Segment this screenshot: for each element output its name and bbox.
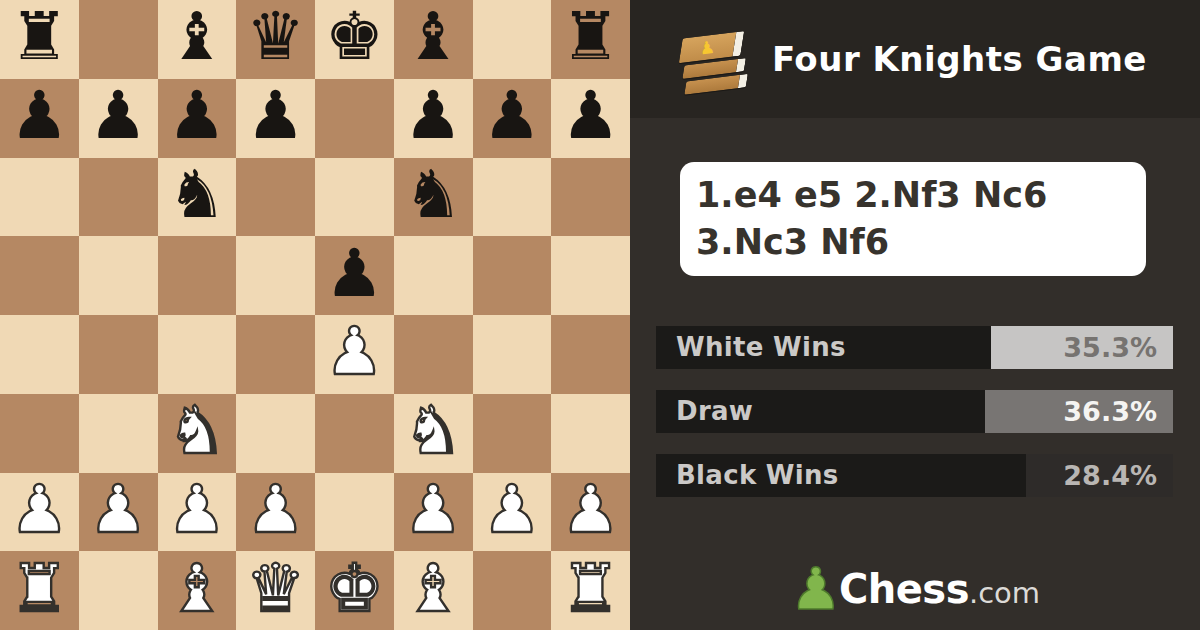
square-e1[interactable]: ♚: [315, 551, 394, 630]
square-c2[interactable]: ♟: [158, 473, 237, 552]
moves-box: 1.e4 e5 2.Nf3 Nc6 3.Nc3 Nf6: [680, 162, 1146, 276]
white-pawn: ♟: [89, 471, 148, 549]
stat-value: 36.3%: [1063, 396, 1157, 427]
black-pawn: ♟: [325, 235, 384, 313]
white-pawn: ♟: [482, 471, 541, 549]
square-e7[interactable]: [315, 79, 394, 158]
white-queen: ♛: [246, 550, 305, 628]
stat-value: 28.4%: [1063, 460, 1157, 491]
square-c8[interactable]: ♝: [158, 0, 237, 79]
black-king: ♚: [325, 0, 384, 76]
white-pawn: ♟: [404, 471, 463, 549]
stat-label: Black Wins: [676, 454, 839, 497]
square-g5[interactable]: [473, 236, 552, 315]
black-pawn: ♟: [561, 77, 620, 155]
square-b1[interactable]: [79, 551, 158, 630]
black-pawn: ♟: [167, 77, 226, 155]
square-a1[interactable]: ♜: [0, 551, 79, 630]
white-pawn: ♟: [561, 471, 620, 549]
white-pawn: ♟: [10, 471, 69, 549]
square-h7[interactable]: ♟: [551, 79, 630, 158]
black-pawn: ♟: [89, 77, 148, 155]
stat-bar-draw: Draw 36.3%: [656, 390, 1173, 433]
white-pawn: ♟: [246, 471, 305, 549]
square-d4[interactable]: [236, 315, 315, 394]
square-c3[interactable]: ♞: [158, 394, 237, 473]
square-g6[interactable]: [473, 158, 552, 237]
black-rook: ♜: [10, 0, 69, 76]
moves-text: 1.e4 e5 2.Nf3 Nc6 3.Nc3 Nf6: [696, 175, 1047, 262]
square-g7[interactable]: ♟: [473, 79, 552, 158]
square-g2[interactable]: ♟: [473, 473, 552, 552]
white-knight: ♞: [167, 392, 226, 470]
square-e3[interactable]: [315, 394, 394, 473]
square-h2[interactable]: ♟: [551, 473, 630, 552]
square-d5[interactable]: [236, 236, 315, 315]
black-pawn: ♟: [246, 77, 305, 155]
square-b3[interactable]: [79, 394, 158, 473]
square-b6[interactable]: [79, 158, 158, 237]
white-bishop: ♝: [404, 550, 463, 628]
white-knight: ♞: [404, 392, 463, 470]
black-queen: ♛: [246, 0, 305, 76]
square-d8[interactable]: ♛: [236, 0, 315, 79]
square-a7[interactable]: ♟: [0, 79, 79, 158]
square-g8[interactable]: [473, 0, 552, 79]
square-e8[interactable]: ♚: [315, 0, 394, 79]
square-b8[interactable]: [79, 0, 158, 79]
stat-bar-black-wins: Black Wins 28.4%: [656, 454, 1173, 497]
white-bishop: ♝: [167, 550, 226, 628]
square-g4[interactable]: [473, 315, 552, 394]
square-f4[interactable]: [394, 315, 473, 394]
square-d6[interactable]: [236, 158, 315, 237]
page: ♜♝♛♚♝♜♟♟♟♟♟♟♟♞♞♟♟♞♞♟♟♟♟♟♟♟♜♝♛♚♝♜ ♟ Four …: [0, 0, 1200, 630]
white-rook: ♜: [10, 550, 69, 628]
black-pawn: ♟: [482, 77, 541, 155]
square-g1[interactable]: [473, 551, 552, 630]
square-d1[interactable]: ♛: [236, 551, 315, 630]
tld-text: .com: [969, 576, 1040, 610]
square-a4[interactable]: [0, 315, 79, 394]
stat-fill: 36.3%: [985, 390, 1173, 433]
black-bishop: ♝: [167, 0, 226, 76]
black-knight: ♞: [167, 156, 226, 234]
stat-label: White Wins: [676, 326, 846, 369]
square-h5[interactable]: [551, 236, 630, 315]
square-a8[interactable]: ♜: [0, 0, 79, 79]
square-a2[interactable]: ♟: [0, 473, 79, 552]
square-c5[interactable]: [158, 236, 237, 315]
square-c7[interactable]: ♟: [158, 79, 237, 158]
square-f5[interactable]: [394, 236, 473, 315]
square-f7[interactable]: ♟: [394, 79, 473, 158]
square-e5[interactable]: ♟: [315, 236, 394, 315]
square-c4[interactable]: [158, 315, 237, 394]
white-king: ♚: [325, 550, 384, 628]
square-h8[interactable]: ♜: [551, 0, 630, 79]
chesscom-logo[interactable]: ♟ Chess .com: [630, 554, 1200, 612]
square-e6[interactable]: [315, 158, 394, 237]
chesscom-pawn-icon: ♟: [790, 560, 842, 618]
books-icon: ♟: [678, 23, 747, 94]
stat-label: Draw: [676, 390, 753, 433]
stats-section: White Wins 35.3% Draw 36.3% Black Wins 2…: [656, 326, 1173, 518]
square-d2[interactable]: ♟: [236, 473, 315, 552]
black-knight: ♞: [404, 156, 463, 234]
stat-bar-white-wins: White Wins 35.3%: [656, 326, 1173, 369]
square-g3[interactable]: [473, 394, 552, 473]
square-f1[interactable]: ♝: [394, 551, 473, 630]
pawn-emblem-icon: ♟: [699, 38, 716, 57]
white-rook: ♜: [561, 550, 620, 628]
square-d3[interactable]: [236, 394, 315, 473]
square-a6[interactable]: [0, 158, 79, 237]
square-b5[interactable]: [79, 236, 158, 315]
square-e2[interactable]: [315, 473, 394, 552]
square-c1[interactable]: ♝: [158, 551, 237, 630]
square-e4[interactable]: ♟: [315, 315, 394, 394]
stat-value: 35.3%: [1063, 332, 1157, 363]
opening-panel: ♟ Four Knights Game 1.e4 e5 2.Nf3 Nc6 3.…: [630, 0, 1200, 630]
square-f2[interactable]: ♟: [394, 473, 473, 552]
square-a3[interactable]: [0, 394, 79, 473]
black-pawn: ♟: [404, 77, 463, 155]
square-f8[interactable]: ♝: [394, 0, 473, 79]
opening-title: Four Knights Game: [772, 39, 1147, 79]
square-c6[interactable]: ♞: [158, 158, 237, 237]
stat-fill: 28.4%: [1026, 454, 1173, 497]
square-b7[interactable]: ♟: [79, 79, 158, 158]
square-f3[interactable]: ♞: [394, 394, 473, 473]
square-f6[interactable]: ♞: [394, 158, 473, 237]
square-h6[interactable]: [551, 158, 630, 237]
white-pawn: ♟: [325, 313, 384, 391]
panel-header: ♟ Four Knights Game: [630, 0, 1200, 118]
square-h1[interactable]: ♜: [551, 551, 630, 630]
brand-text: Chess: [839, 566, 969, 612]
square-a5[interactable]: [0, 236, 79, 315]
square-h4[interactable]: [551, 315, 630, 394]
white-pawn: ♟: [167, 471, 226, 549]
square-h3[interactable]: [551, 394, 630, 473]
square-d7[interactable]: ♟: [236, 79, 315, 158]
square-b2[interactable]: ♟: [79, 473, 158, 552]
black-bishop: ♝: [404, 0, 463, 76]
black-pawn: ♟: [10, 77, 69, 155]
square-b4[interactable]: [79, 315, 158, 394]
chess-board: ♜♝♛♚♝♜♟♟♟♟♟♟♟♞♞♟♟♞♞♟♟♟♟♟♟♟♜♝♛♚♝♜: [0, 0, 630, 630]
black-rook: ♜: [561, 0, 620, 76]
stat-fill: 35.3%: [991, 326, 1174, 369]
